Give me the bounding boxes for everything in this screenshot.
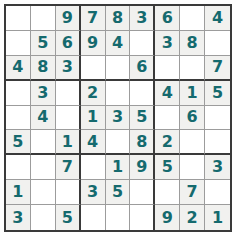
cell-r5c4: 1	[81, 106, 106, 131]
cell-r7c2[interactable]	[31, 155, 56, 180]
cell-r5c2: 4	[31, 106, 56, 131]
cell-r9c3: 5	[56, 205, 81, 230]
cell-r9c6[interactable]	[130, 205, 155, 230]
cell-r8c9[interactable]	[205, 180, 230, 205]
cell-r2c9[interactable]	[205, 31, 230, 56]
cell-r1c4: 7	[81, 6, 106, 31]
cell-r2c2: 5	[31, 31, 56, 56]
cell-r6c7: 2	[155, 130, 180, 155]
cell-r3c7[interactable]	[155, 56, 180, 81]
cell-r4c4: 2	[81, 81, 106, 106]
cell-r6c8[interactable]	[180, 130, 205, 155]
cell-r4c6[interactable]	[130, 81, 155, 106]
cell-r5c5: 3	[106, 106, 131, 131]
cell-r3c9: 7	[205, 56, 230, 81]
cell-r7c4[interactable]	[81, 155, 106, 180]
cell-r3c5[interactable]	[106, 56, 131, 81]
cell-r4c2: 3	[31, 81, 56, 106]
cell-r3c3: 3	[56, 56, 81, 81]
cell-r6c3: 1	[56, 130, 81, 155]
cell-r1c7: 6	[155, 6, 180, 31]
cell-r8c5: 5	[106, 180, 131, 205]
cell-r7c9: 3	[205, 155, 230, 180]
cell-r6c4: 4	[81, 130, 106, 155]
cell-r5c7[interactable]	[155, 106, 180, 131]
cell-r7c5: 1	[106, 155, 131, 180]
cell-r1c5: 8	[106, 6, 131, 31]
cell-r3c2: 8	[31, 56, 56, 81]
cell-r5c8: 6	[180, 106, 205, 131]
cell-r1c6: 3	[130, 6, 155, 31]
cell-r6c5[interactable]	[106, 130, 131, 155]
sudoku-page: 9783645694384836732415413565148271953135…	[0, 0, 240, 240]
cell-r4c1[interactable]	[6, 81, 31, 106]
cell-r3c1: 4	[6, 56, 31, 81]
cell-r9c1: 3	[6, 205, 31, 230]
cell-r8c7[interactable]	[155, 180, 180, 205]
cell-r8c1: 1	[6, 180, 31, 205]
cell-r1c1[interactable]	[6, 6, 31, 31]
cell-r9c5[interactable]	[106, 205, 131, 230]
cell-r8c8: 7	[180, 180, 205, 205]
cell-r2c8: 8	[180, 31, 205, 56]
cell-r6c6: 8	[130, 130, 155, 155]
cell-r4c8: 1	[180, 81, 205, 106]
cell-r9c2[interactable]	[31, 205, 56, 230]
cell-r7c6: 9	[130, 155, 155, 180]
cell-r7c8[interactable]	[180, 155, 205, 180]
cell-r4c7: 4	[155, 81, 180, 106]
cell-r9c9: 1	[205, 205, 230, 230]
cell-r1c9: 4	[205, 6, 230, 31]
cell-r5c9[interactable]	[205, 106, 230, 131]
cell-r7c7: 5	[155, 155, 180, 180]
cell-r9c7: 9	[155, 205, 180, 230]
cell-r6c1: 5	[6, 130, 31, 155]
cell-r9c4[interactable]	[81, 205, 106, 230]
cell-r2c3: 6	[56, 31, 81, 56]
cell-r1c3: 9	[56, 6, 81, 31]
cell-r9c8: 2	[180, 205, 205, 230]
cell-r8c2[interactable]	[31, 180, 56, 205]
cell-r8c6[interactable]	[130, 180, 155, 205]
cell-r4c3[interactable]	[56, 81, 81, 106]
cell-r8c4: 3	[81, 180, 106, 205]
cell-r3c6: 6	[130, 56, 155, 81]
cell-r5c3[interactable]	[56, 106, 81, 131]
cell-r2c5: 4	[106, 31, 131, 56]
cell-r3c4[interactable]	[81, 56, 106, 81]
cell-r2c1[interactable]	[6, 31, 31, 56]
cell-r1c8[interactable]	[180, 6, 205, 31]
cell-r3c8[interactable]	[180, 56, 205, 81]
cell-r6c9[interactable]	[205, 130, 230, 155]
cell-r8c3[interactable]	[56, 180, 81, 205]
cell-r4c9: 5	[205, 81, 230, 106]
cell-r7c3: 7	[56, 155, 81, 180]
cell-r6c2[interactable]	[31, 130, 56, 155]
sudoku-board: 9783645694384836732415413565148271953135…	[4, 4, 232, 232]
cell-r1c2[interactable]	[31, 6, 56, 31]
cell-r5c6: 5	[130, 106, 155, 131]
cell-r2c6[interactable]	[130, 31, 155, 56]
cell-r7c1[interactable]	[6, 155, 31, 180]
cell-r2c7: 3	[155, 31, 180, 56]
cell-r4c5[interactable]	[106, 81, 131, 106]
cell-r5c1[interactable]	[6, 106, 31, 131]
cell-r2c4: 9	[81, 31, 106, 56]
